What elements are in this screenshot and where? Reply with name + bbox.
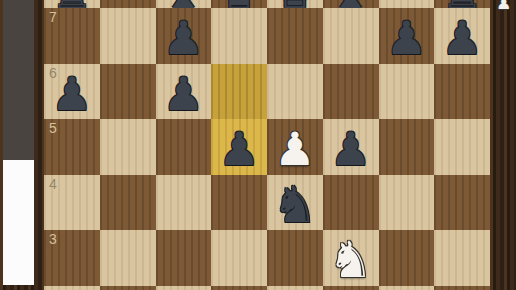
square-b8[interactable] <box>100 0 156 8</box>
square-d8[interactable]: ♛ <box>211 0 267 8</box>
square-c5[interactable] <box>156 119 212 175</box>
square-a2[interactable] <box>44 286 100 290</box>
piece-black-pawn[interactable]: ♟ <box>163 73 204 120</box>
square-c6[interactable]: ♟ <box>156 64 212 120</box>
rank-label-7: 7 <box>49 10 57 24</box>
square-h8[interactable]: ♜ <box>434 0 490 8</box>
square-c2[interactable] <box>156 286 212 290</box>
piece-black-pawn[interactable]: ♟ <box>386 17 427 64</box>
square-g4[interactable] <box>379 175 435 231</box>
square-d6[interactable] <box>211 64 267 120</box>
square-f5[interactable]: ♟ <box>323 119 379 175</box>
rank-label-3: 3 <box>49 232 57 246</box>
square-d7[interactable] <box>211 8 267 64</box>
piece-black-pawn[interactable]: ♟ <box>442 17 483 64</box>
square-g5[interactable] <box>379 119 435 175</box>
square-d4[interactable] <box>211 175 267 231</box>
square-a5[interactable]: 5 <box>44 119 100 175</box>
left-vertical-bar-white-segment <box>3 160 34 285</box>
square-f3[interactable]: ♞ <box>323 230 379 286</box>
square-h5[interactable] <box>434 119 490 175</box>
square-e7[interactable] <box>267 8 323 64</box>
square-c4[interactable] <box>156 175 212 231</box>
rank-label-6: 6 <box>49 66 57 80</box>
square-e3[interactable] <box>267 230 323 286</box>
piece-white-knight[interactable]: ♞ <box>328 237 373 286</box>
square-d3[interactable] <box>211 230 267 286</box>
square-a4[interactable]: 4 <box>44 175 100 231</box>
square-e8[interactable]: ♚ <box>267 0 323 8</box>
piece-black-rook[interactable]: ♜ <box>442 0 483 8</box>
piece-black-queen[interactable]: ♛ <box>219 0 260 8</box>
piece-black-bishop[interactable]: ♝ <box>330 0 371 8</box>
piece-black-king[interactable]: ♚ <box>274 0 315 8</box>
square-c8[interactable]: ♝ <box>156 0 212 8</box>
square-f8[interactable]: ♝ <box>323 0 379 8</box>
chess-board: ♜♝♛♚♝♜7♟♟♟♟6♟5♟♟♟4♞3♞ <box>44 0 490 290</box>
square-f7[interactable] <box>323 8 379 64</box>
piece-black-knight[interactable]: ♞ <box>272 182 317 231</box>
square-e4[interactable]: ♞ <box>267 175 323 231</box>
square-a7[interactable]: 7 <box>44 8 100 64</box>
square-g3[interactable] <box>379 230 435 286</box>
square-h3[interactable] <box>434 230 490 286</box>
square-e5[interactable]: ♟ <box>267 119 323 175</box>
piece-black-pawn[interactable]: ♟ <box>219 128 260 175</box>
square-g6[interactable] <box>379 64 435 120</box>
left-vertical-bar-dark-segment <box>3 0 34 160</box>
square-g8[interactable] <box>379 0 435 8</box>
square-b7[interactable] <box>100 8 156 64</box>
square-h4[interactable] <box>434 175 490 231</box>
chess-app-screenshot: ♜♝♛♚♝♜7♟♟♟♟6♟5♟♟♟4♞3♞ ♟ <box>0 0 516 290</box>
square-f6[interactable] <box>323 64 379 120</box>
square-b4[interactable] <box>100 175 156 231</box>
square-h6[interactable] <box>434 64 490 120</box>
square-a6[interactable]: ♟6 <box>44 64 100 120</box>
square-g7[interactable]: ♟ <box>379 8 435 64</box>
square-h2[interactable] <box>434 286 490 290</box>
square-f4[interactable] <box>323 175 379 231</box>
white-pawn-icon: ♟ <box>496 0 511 12</box>
piece-black-bishop[interactable]: ♝ <box>163 0 204 8</box>
piece-black-pawn[interactable]: ♟ <box>330 128 371 175</box>
square-f2[interactable] <box>323 286 379 290</box>
rank-label-5: 5 <box>49 121 57 135</box>
square-b3[interactable] <box>100 230 156 286</box>
piece-black-pawn[interactable]: ♟ <box>163 17 204 64</box>
rank-label-4: 4 <box>49 177 57 191</box>
square-a3[interactable]: 3 <box>44 230 100 286</box>
square-b2[interactable] <box>100 286 156 290</box>
square-e2[interactable] <box>267 286 323 290</box>
square-d5[interactable]: ♟ <box>211 119 267 175</box>
piece-black-rook[interactable]: ♜ <box>51 0 92 8</box>
square-b6[interactable] <box>100 64 156 120</box>
square-d2[interactable] <box>211 286 267 290</box>
square-b5[interactable] <box>100 119 156 175</box>
square-h7[interactable]: ♟ <box>434 8 490 64</box>
square-a8[interactable]: ♜ <box>44 0 100 8</box>
piece-black-pawn[interactable]: ♟ <box>51 73 92 120</box>
piece-white-pawn[interactable]: ♟ <box>274 128 315 175</box>
square-g2[interactable] <box>379 286 435 290</box>
square-e6[interactable] <box>267 64 323 120</box>
square-c3[interactable] <box>156 230 212 286</box>
square-c7[interactable]: ♟ <box>156 8 212 64</box>
